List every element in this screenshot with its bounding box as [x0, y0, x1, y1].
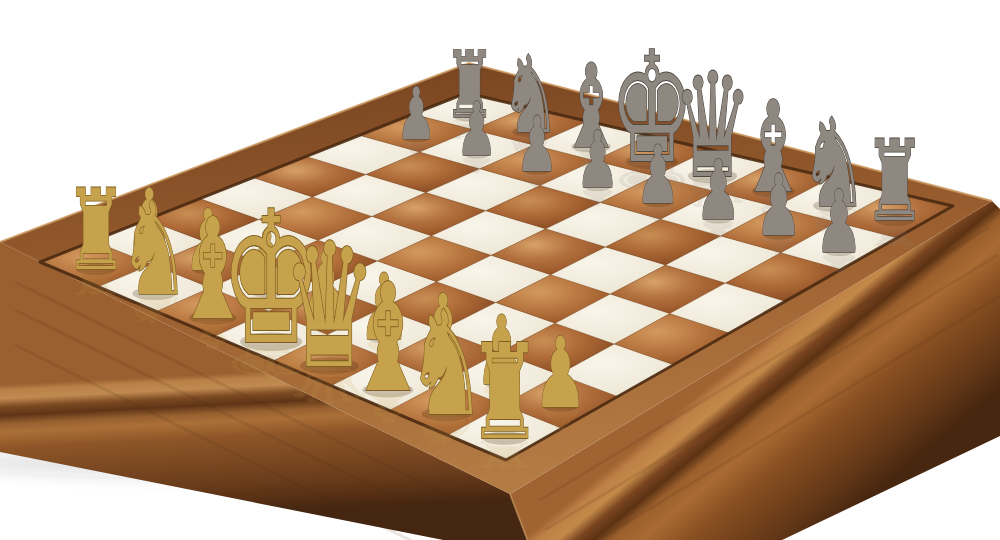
piece-black-pawn-e7: ♟: [635, 129, 680, 223]
piece-black-pawn-d7: ♟: [576, 114, 620, 205]
chess-set-product-photo: ♜♜♞♞♟♟♝♝♟♟♚♚♟♟♛♛♟♟♝♝♟♟♞♞♟♟♜♜♟♟♟♟♟♟♜♜♟♟♟♟…: [0, 0, 1000, 540]
chessboard-case: ♜♜♞♞♟♟♝♝♟♟♚♚♟♟♛♛♟♟♝♝♟♟♞♞♟♟♜♜♟♟♟♟♟♟♜♜♟♟♟♟…: [0, 0, 1000, 540]
piece-white-rook-a1: ♜: [65, 165, 127, 296]
piece-black-pawn-h7: ♟: [815, 171, 863, 272]
piece-black-pawn-f7: ♟: [695, 142, 741, 238]
piece-white-rook-h1: ♜: [468, 315, 541, 469]
piece-black-rook-h8: ♜: [864, 116, 926, 247]
piece-black-pawn-g7: ♟: [755, 156, 802, 256]
piece-black-pawn-b7: ♟: [456, 86, 497, 173]
piece-black-pawn-a7: ♟: [396, 71, 436, 155]
piece-black-pawn-c7: ♟: [516, 100, 558, 189]
